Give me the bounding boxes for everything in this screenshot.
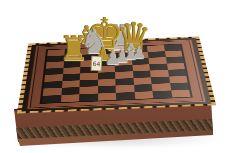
square-g1	[152, 90, 171, 98]
board-trim-border	[17, 36, 216, 113]
square-e1	[116, 92, 135, 100]
board-squares	[42, 44, 191, 102]
square-d1	[98, 93, 117, 101]
square-h1	[171, 89, 191, 97]
photo-stage: ♜♞♝♚♝♜♛♟♟♟♝♟ 64	[0, 0, 230, 153]
board-leather-border	[26, 39, 207, 109]
lot-tag-label: 64	[92, 60, 100, 67]
square-a1	[42, 95, 61, 103]
square-c1	[79, 93, 98, 101]
square-f1	[134, 91, 153, 99]
chess-board	[17, 36, 216, 113]
lot-tag: 64	[91, 56, 103, 72]
board-frame	[40, 44, 193, 104]
square-b1	[60, 94, 79, 102]
